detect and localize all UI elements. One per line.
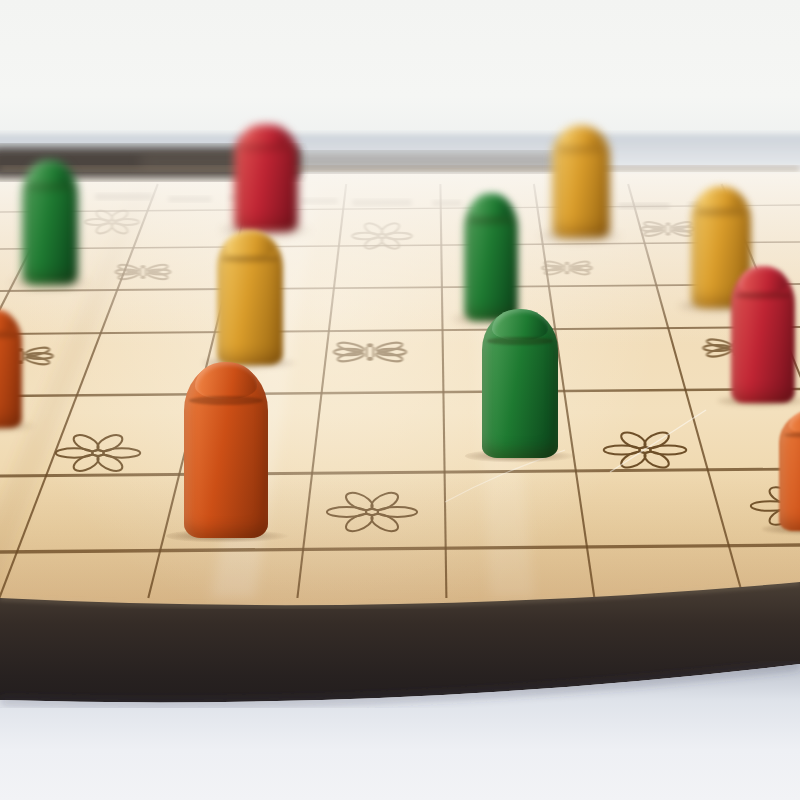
game-board (0, 0, 800, 800)
far-edge-shadow (0, 166, 800, 171)
scene (0, 0, 800, 800)
overexposed-wash (0, 164, 800, 364)
